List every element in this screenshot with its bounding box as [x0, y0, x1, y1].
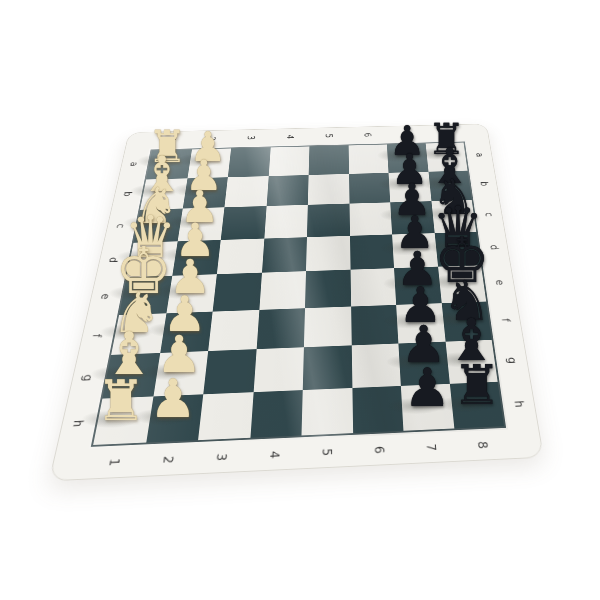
coord-label-bottom-3: 3 — [215, 453, 229, 461]
square-d5[interactable] — [306, 236, 350, 272]
square-f6[interactable] — [351, 305, 399, 346]
square-c5[interactable] — [307, 204, 350, 237]
piece-white-rook-h1[interactable]: ♜ — [96, 373, 146, 429]
square-a6[interactable] — [348, 144, 388, 173]
square-c6[interactable] — [349, 202, 392, 235]
coord-label-right-b: b — [479, 181, 489, 186]
coord-label-left-b: b — [122, 191, 133, 196]
square-e3[interactable] — [213, 273, 262, 312]
square-f4[interactable] — [256, 308, 305, 349]
coord-label-left-g: g — [81, 374, 95, 381]
coord-label-bottom-1: 1 — [107, 458, 121, 466]
square-b4[interactable] — [266, 175, 308, 206]
square-b5[interactable] — [308, 174, 349, 205]
square-e4[interactable] — [259, 271, 306, 309]
square-a4[interactable] — [268, 146, 309, 175]
coord-label-left-a: a — [129, 162, 140, 167]
square-a5[interactable] — [309, 145, 349, 174]
square-h4[interactable] — [250, 390, 303, 438]
coord-label-right-h: h — [513, 400, 526, 407]
square-b3[interactable] — [224, 176, 268, 207]
square-g5[interactable] — [303, 345, 352, 389]
coord-label-bottom-4: 4 — [268, 451, 281, 459]
coord-label-left-e: e — [99, 293, 111, 299]
square-e6[interactable] — [350, 268, 396, 306]
coord-label-bottom-2: 2 — [161, 456, 175, 464]
coord-label-right-g: g — [506, 357, 518, 364]
coord-label-right-f: f — [500, 318, 512, 322]
coord-label-top-6: 6 — [363, 133, 372, 137]
square-g3[interactable] — [203, 349, 256, 394]
coord-label-right-e: e — [494, 280, 506, 286]
coord-label-left-f: f — [91, 334, 103, 338]
square-c4[interactable] — [264, 205, 308, 238]
square-g6[interactable] — [351, 344, 401, 388]
square-f5[interactable] — [304, 306, 351, 347]
coord-label-top-3: 3 — [246, 136, 256, 140]
coord-label-bottom-5: 5 — [321, 448, 334, 456]
coord-label-right-c: c — [484, 212, 495, 217]
piece-black-pawn-h7[interactable]: ♟ — [403, 362, 451, 415]
piece-white-pawn-h2[interactable]: ♟ — [149, 373, 197, 426]
coord-label-bottom-8: 8 — [476, 441, 489, 449]
square-d3[interactable] — [217, 238, 264, 274]
square-d4[interactable] — [262, 237, 307, 273]
coord-label-right-d: d — [489, 245, 500, 251]
coord-label-bottom-6: 6 — [373, 446, 386, 454]
coord-label-left-h: h — [71, 420, 85, 428]
square-a3[interactable] — [228, 147, 270, 176]
square-f3[interactable] — [208, 310, 259, 351]
square-g4[interactable] — [253, 347, 304, 392]
square-h6[interactable] — [352, 385, 403, 433]
coord-label-top-4: 4 — [285, 135, 295, 139]
square-d6[interactable] — [350, 234, 394, 269]
coord-label-top-5: 5 — [324, 134, 333, 138]
square-b6[interactable] — [349, 173, 391, 204]
piece-black-rook-h8[interactable]: ♜ — [452, 358, 501, 413]
coord-label-right-a: a — [475, 153, 485, 157]
square-e5[interactable] — [305, 270, 351, 308]
product-photo-scene: aa11bb22cc33dd44ee55ff66gg77hh88 ♜♟♟♜♝♟♟… — [0, 0, 600, 600]
coord-label-bottom-7: 7 — [425, 443, 438, 451]
square-h3[interactable] — [198, 392, 253, 440]
square-h5[interactable] — [301, 388, 352, 436]
square-c3[interactable] — [221, 206, 266, 240]
